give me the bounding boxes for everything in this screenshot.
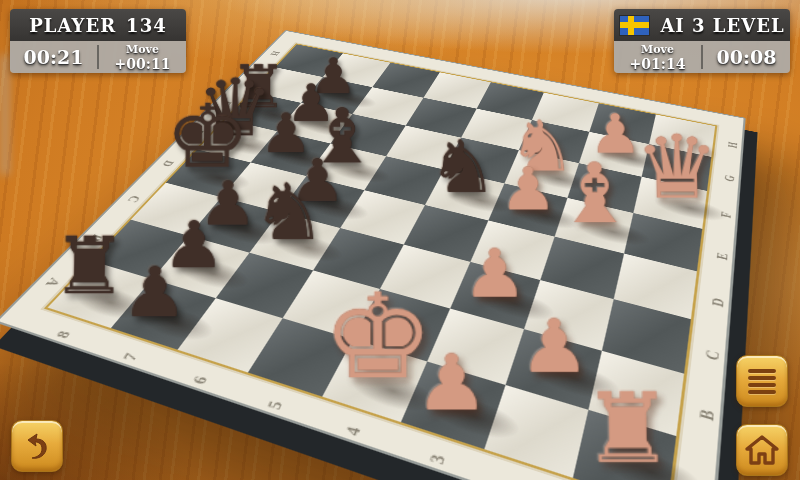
ai-header: AI 3 LEVEL (614, 9, 790, 41)
rank-label-near-7: 7 (115, 347, 145, 368)
background-blur-object (0, 55, 10, 175)
player-panel: PLAYER 134 00:21 Move +00:11 (10, 9, 186, 73)
rank-label-near-4: 4 (339, 419, 369, 444)
player-header: PLAYER 134 (10, 9, 186, 41)
player-clocks: 00:21 Move +00:11 (10, 41, 186, 73)
menu-button[interactable] (736, 355, 788, 407)
file-label-right-c: C (701, 344, 725, 366)
black-pawn-a7[interactable]: ♟ (109, 258, 199, 327)
ai-move-time: Move +01:14 (614, 41, 701, 73)
white-pawn-a3[interactable]: ♟ (401, 344, 502, 422)
move-label: Move (641, 44, 674, 55)
rank-label-near-5: 5 (260, 394, 290, 417)
white-pawn-c3[interactable]: ♟ (451, 240, 539, 307)
undo-arrow-icon (20, 429, 54, 463)
move-time-value: +01:14 (630, 57, 686, 71)
white-bishop-e2[interactable]: ♝ (555, 153, 636, 235)
move-time-value: +00:11 (115, 57, 171, 71)
file-label-right-d: D (706, 293, 729, 312)
back-button[interactable] (11, 420, 63, 472)
white-queen-f1[interactable]: ♛ (634, 123, 712, 211)
white-rook-a1[interactable]: ♜ (574, 380, 682, 477)
swedish-flag-icon (619, 15, 650, 36)
file-label-right-b: B (694, 403, 720, 428)
rank-label-near-6: 6 (186, 370, 216, 392)
black-knight-c6[interactable]: ♞ (249, 173, 330, 251)
rank-label-near-8: 8 (49, 325, 79, 345)
hamburger-icon (748, 369, 776, 394)
rank-label-near-2: 2 (512, 475, 541, 480)
player-id: 134 (126, 15, 167, 36)
player-name: PLAYER (29, 15, 116, 36)
file-label-right-g: G (720, 172, 739, 185)
file-label-right-h: H (724, 139, 742, 151)
file-label-right-e: E (711, 248, 732, 265)
move-label: Move (126, 44, 159, 55)
ai-clocks: Move +01:14 00:08 (614, 41, 790, 73)
player-clock: 00:21 (10, 41, 97, 73)
chess-board-scene: AABBCCDDEEFFGGHH87654321♜♟♟♟♚♛♜♟♟♟♟♞♝♞♚♟… (165, 0, 685, 465)
ai-clock: 00:08 (703, 41, 790, 73)
ai-title: AI 3 LEVEL (660, 15, 784, 36)
home-icon (744, 433, 780, 467)
file-label-left-c: C (121, 192, 146, 206)
player-move-time: Move +00:11 (99, 41, 186, 73)
home-button[interactable] (736, 424, 788, 476)
ai-panel: AI 3 LEVEL Move +01:14 00:08 (614, 9, 790, 73)
